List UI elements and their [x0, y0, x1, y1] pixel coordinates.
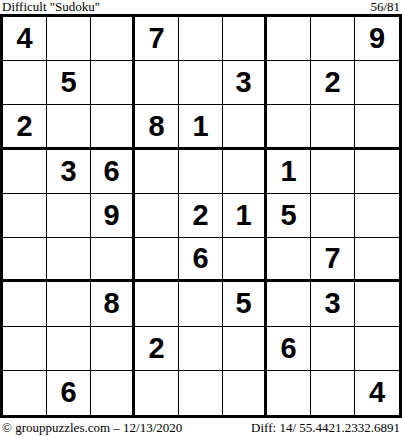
cell-r6c8-given-7: 7 [311, 238, 355, 282]
cell-r9c8-empty [311, 371, 355, 415]
cell-r9c4-empty [135, 371, 179, 415]
cell-r1c6-empty [223, 17, 267, 61]
cell-r2c5-empty [179, 61, 223, 105]
cell-r4c2-given-3: 3 [47, 150, 91, 194]
cell-r4c8-empty [311, 150, 355, 194]
cell-r8c7-given-6: 6 [267, 327, 311, 371]
cell-r2c4-empty [135, 61, 179, 105]
cell-r1c4-given-7: 7 [135, 17, 179, 61]
cell-r4c5-empty [179, 150, 223, 194]
cell-r3c8-empty [311, 105, 355, 149]
cell-r5c7-given-5: 5 [267, 194, 311, 238]
cell-r7c9-empty [355, 282, 399, 326]
cell-r4c1-empty [3, 150, 47, 194]
cell-r3c7-empty [267, 105, 311, 149]
cell-r2c9-empty [355, 61, 399, 105]
cell-r8c3-empty [91, 327, 135, 371]
cell-r8c1-empty [3, 327, 47, 371]
cell-r9c3-empty [91, 371, 135, 415]
cell-r7c3-given-8: 8 [91, 282, 135, 326]
cell-r1c7-empty [267, 17, 311, 61]
cell-r1c3-empty [91, 17, 135, 61]
cell-r9c2-given-6: 6 [47, 371, 91, 415]
cell-r8c5-empty [179, 327, 223, 371]
cell-r3c2-empty [47, 105, 91, 149]
cell-r1c8-empty [311, 17, 355, 61]
cell-r7c1-empty [3, 282, 47, 326]
cell-r4c7-given-1: 1 [267, 150, 311, 194]
cell-r8c9-empty [355, 327, 399, 371]
cell-r8c8-empty [311, 327, 355, 371]
cell-r3c4-given-8: 8 [135, 105, 179, 149]
cell-r1c5-empty [179, 17, 223, 61]
cell-r6c3-empty [91, 238, 135, 282]
cell-r9c5-empty [179, 371, 223, 415]
cell-r2c8-given-2: 2 [311, 61, 355, 105]
cell-r4c6-empty [223, 150, 267, 194]
cell-r2c6-given-3: 3 [223, 61, 267, 105]
cell-r6c9-empty [355, 238, 399, 282]
cell-r8c6-empty [223, 327, 267, 371]
cell-r3c9-empty [355, 105, 399, 149]
cell-r5c6-given-1: 1 [223, 194, 267, 238]
cell-r3c3-empty [91, 105, 135, 149]
cell-r5c8-empty [311, 194, 355, 238]
cell-r4c3-given-6: 6 [91, 150, 135, 194]
cell-r5c3-given-9: 9 [91, 194, 135, 238]
cell-r9c7-empty [267, 371, 311, 415]
cell-r6c5-given-6: 6 [179, 238, 223, 282]
cell-r5c2-empty [47, 194, 91, 238]
sudoku-board: 4795322813619215678532664 [0, 14, 402, 418]
cell-r7c2-empty [47, 282, 91, 326]
cell-r3c1-given-2: 2 [3, 105, 47, 149]
cell-r8c4-given-2: 2 [135, 327, 179, 371]
cell-r3c5-given-1: 1 [179, 105, 223, 149]
cell-r1c9-given-9: 9 [355, 17, 399, 61]
sudoku-page: Difficult "Sudoku" 56/81 479532281361921… [0, 0, 402, 437]
cell-r2c2-given-5: 5 [47, 61, 91, 105]
cell-r4c9-empty [355, 150, 399, 194]
cell-r2c1-empty [3, 61, 47, 105]
puzzle-title: Difficult "Sudoku" [2, 0, 100, 13]
cell-r7c6-given-5: 5 [223, 282, 267, 326]
cell-r2c3-empty [91, 61, 135, 105]
cell-r6c6-empty [223, 238, 267, 282]
cell-r7c8-given-3: 3 [311, 282, 355, 326]
header: Difficult "Sudoku" 56/81 [0, 0, 402, 14]
cell-r9c1-empty [3, 371, 47, 415]
cell-r7c4-empty [135, 282, 179, 326]
cells-remaining-counter: 56/81 [370, 0, 400, 13]
cell-r5c5-given-2: 2 [179, 194, 223, 238]
cell-r7c7-empty [267, 282, 311, 326]
cell-r9c9-given-4: 4 [355, 371, 399, 415]
copyright-text: © grouppuzzles.com – 12/13/2020 [2, 421, 182, 435]
cell-r4c4-empty [135, 150, 179, 194]
cell-r1c1-given-4: 4 [3, 17, 47, 61]
difficulty-rating-text: Diff: 14/ 55.4421.2332.6891 [251, 421, 400, 435]
cell-r5c9-empty [355, 194, 399, 238]
cell-r6c4-empty [135, 238, 179, 282]
cell-r6c2-empty [47, 238, 91, 282]
cell-r5c1-empty [3, 194, 47, 238]
cell-r7c5-empty [179, 282, 223, 326]
cell-r9c6-empty [223, 371, 267, 415]
cell-r1c2-empty [47, 17, 91, 61]
cell-r6c7-empty [267, 238, 311, 282]
cell-r8c2-empty [47, 327, 91, 371]
cell-r3c6-empty [223, 105, 267, 149]
cell-r5c4-empty [135, 194, 179, 238]
footer: © grouppuzzles.com – 12/13/2020 Diff: 14… [0, 418, 402, 437]
cell-r6c1-empty [3, 238, 47, 282]
cell-r2c7-empty [267, 61, 311, 105]
